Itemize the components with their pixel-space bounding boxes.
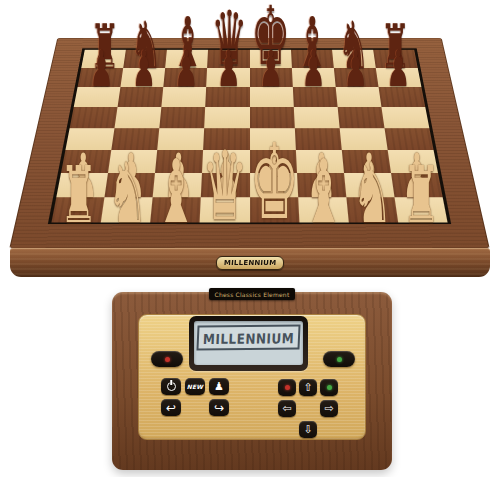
piece-slot: ♟: [123, 15, 165, 93]
new-game-button[interactable]: NEW: [185, 378, 205, 395]
piece-slot: ♟: [292, 15, 334, 93]
power-icon: [167, 382, 176, 391]
undo-arrow-icon: ↩: [166, 402, 176, 414]
light-knight: ♞: [107, 152, 147, 235]
square-c5: [160, 107, 206, 128]
pieces-rank-7: ♟♟♟♟♟♟♟♟: [81, 15, 420, 93]
product-photo: MILLENNIUM ♜♞♝♛♚♝♞♜ ♟♟♟♟♟♟♟♟ ♟♟♟♟♟♟♟♟ ♜♞…: [0, 0, 500, 477]
millennium-logo: MILLENNIUM: [196, 325, 300, 351]
power-button[interactable]: [161, 378, 181, 395]
millennium-logo-text: MILLENNIUM: [202, 331, 294, 348]
square-a5: [70, 107, 118, 128]
pieces-rank-1: ♜♞♝♛♚♝♞♜: [55, 157, 446, 235]
chess-computer-console: Chess Classics Element MILLENNIUM: [112, 292, 392, 470]
red-dot-icon: [285, 385, 290, 390]
piece-slot: ♟: [335, 15, 377, 93]
piece-slot: ♜: [55, 157, 104, 235]
piece-slot: ♚: [249, 157, 299, 235]
white-led-button[interactable]: [151, 351, 183, 367]
square-b5: [115, 107, 162, 128]
dark-pawn: ♟: [301, 43, 325, 93]
dark-pawn: ♟: [344, 43, 368, 93]
dark-pawn: ♟: [386, 43, 410, 93]
light-rook: ♜: [402, 157, 440, 235]
navigation-button-cluster: ⇧ ⇦ ⇨ ⇩: [278, 379, 338, 438]
up-button[interactable]: ⇧: [299, 379, 317, 396]
board-nameplate: MILLENNIUM: [216, 256, 284, 270]
square-d5: [205, 107, 250, 128]
redo-button[interactable]: ↪: [209, 399, 229, 416]
piece-slot: ♞: [103, 157, 152, 235]
piece-slot: ♛: [201, 157, 250, 235]
dark-pawn: ♟: [132, 43, 156, 93]
lcd-screen: MILLENNIUM: [194, 321, 303, 365]
piece-slot: ♟: [208, 15, 250, 93]
light-knight: ♞: [352, 152, 392, 235]
right-arrow-icon: ⇨: [324, 403, 333, 414]
piece-slot: ♝: [300, 157, 349, 235]
piece-slot: ♟: [250, 15, 292, 93]
left-button[interactable]: ⇦: [278, 400, 296, 417]
light-rook: ♜: [60, 157, 98, 235]
console-faceplate: MILLENNIUM NEW ♟ ↩: [138, 314, 366, 440]
dark-pawn: ♟: [217, 43, 241, 93]
square-h5: [381, 107, 429, 128]
piece-slot: ♟: [165, 15, 207, 93]
dark-pawn: ♟: [90, 43, 114, 93]
red-led-icon: [165, 357, 170, 362]
board-front-edge: MILLENNIUM: [10, 248, 490, 277]
piece-slot: ♜: [397, 157, 446, 235]
green-led-icon: [337, 357, 342, 362]
light-bishop: ♝: [155, 147, 197, 235]
dark-pawn: ♟: [259, 43, 283, 93]
left-arrow-icon: ⇦: [282, 403, 291, 414]
console-model-label: Chess Classics Element: [209, 288, 295, 300]
undo-button[interactable]: ↩: [161, 399, 181, 416]
green-dot-icon: [327, 385, 332, 390]
piece-slot: ♞: [348, 157, 397, 235]
right-button[interactable]: ⇨: [320, 400, 338, 417]
up-arrow-icon: ⇧: [303, 382, 312, 393]
green-dot-button[interactable]: [320, 379, 338, 396]
lcd-bezel: MILLENNIUM: [189, 316, 308, 371]
dark-pawn: ♟: [174, 43, 198, 93]
light-bishop: ♝: [303, 147, 345, 235]
square-g5: [337, 107, 384, 128]
piece-slot: ♟: [377, 15, 419, 93]
nameplate-text: MILLENNIUM: [224, 259, 277, 267]
light-king: ♚: [249, 131, 299, 235]
red-dot-button[interactable]: [278, 379, 296, 396]
piece-slot: ♟: [81, 15, 123, 93]
function-button-cluster: NEW ♟ ↩ ↪: [161, 378, 229, 416]
pawn-icon: ♟: [214, 381, 224, 392]
console-model-text: Chess Classics Element: [215, 291, 290, 298]
down-arrow-icon: ⇩: [303, 424, 312, 435]
new-label: NEW: [187, 383, 203, 390]
redo-arrow-icon: ↪: [214, 402, 224, 414]
black-led-button[interactable]: [323, 351, 355, 367]
pawn-hint-button[interactable]: ♟: [209, 378, 229, 395]
piece-slot: ♝: [152, 157, 201, 235]
square-f5: [293, 107, 339, 128]
light-queen: ♛: [202, 140, 248, 235]
down-button[interactable]: ⇩: [299, 421, 317, 438]
